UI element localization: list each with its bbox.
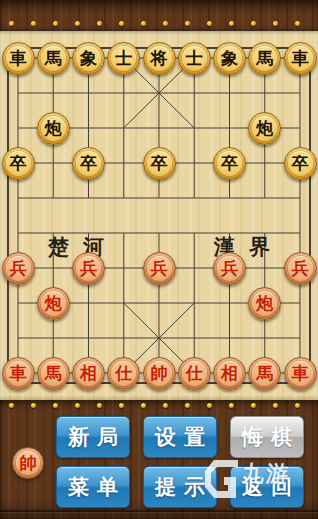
top-wood-frame: [0, 0, 318, 31]
new-game-button[interactable]: 新局: [56, 416, 130, 458]
red-side-badge: 帥: [12, 447, 44, 479]
piece-char: 士: [115, 50, 132, 67]
stud-icon: [185, 403, 190, 408]
stud-icon: [273, 403, 278, 408]
piece-char: 車: [10, 365, 27, 382]
stud-icon: [229, 403, 234, 408]
piece-red-horse[interactable]: 馬: [248, 357, 281, 390]
piece-char: 車: [292, 50, 309, 67]
piece-red-chariot[interactable]: 車: [2, 357, 35, 390]
stud-icon: [251, 21, 256, 26]
stud-icon: [53, 21, 58, 26]
piece-black-horse[interactable]: 馬: [37, 42, 70, 75]
back-button[interactable]: 返回: [230, 466, 304, 508]
stud-icon: [31, 403, 36, 408]
piece-char: 象: [80, 50, 97, 67]
stud-icon: [119, 21, 124, 26]
piece-char: 兵: [151, 260, 168, 277]
piece-red-soldier[interactable]: 兵: [72, 252, 105, 285]
piece-red-soldier[interactable]: 兵: [143, 252, 176, 285]
piece-char: 卒: [80, 155, 97, 172]
piece-red-soldier[interactable]: 兵: [2, 252, 35, 285]
piece-char: 馬: [45, 365, 62, 382]
piece-black-chariot[interactable]: 車: [284, 42, 317, 75]
piece-char: 仕: [186, 365, 203, 382]
piece-char: 相: [221, 365, 238, 382]
piece-black-soldier[interactable]: 卒: [284, 147, 317, 180]
stud-icon: [141, 21, 146, 26]
stud-icon: [119, 403, 124, 408]
piece-char: 兵: [221, 260, 238, 277]
piece-red-soldier[interactable]: 兵: [284, 252, 317, 285]
piece-char: 兵: [80, 260, 97, 277]
piece-black-general[interactable]: 将: [143, 42, 176, 75]
plank-seam: [0, 510, 318, 512]
stud-icon: [75, 403, 80, 408]
hint-button[interactable]: 提示: [143, 466, 217, 508]
piece-char: 士: [186, 50, 203, 67]
piece-black-cannon[interactable]: 炮: [37, 112, 70, 145]
piece-char: 炮: [45, 295, 62, 312]
piece-char: 炮: [45, 120, 62, 137]
stud-icon: [273, 21, 278, 26]
piece-char: 車: [292, 365, 309, 382]
piece-black-soldier[interactable]: 卒: [72, 147, 105, 180]
piece-char: 炮: [256, 295, 273, 312]
piece-red-advisor[interactable]: 仕: [178, 357, 211, 390]
piece-layer: 車馬象士将士象馬車炮炮卒卒卒卒卒兵兵兵兵兵炮炮車馬相仕帥仕相馬車: [0, 41, 317, 391]
piece-red-general[interactable]: 帥: [143, 357, 176, 390]
stud-icon: [207, 403, 212, 408]
stud-icon: [141, 403, 146, 408]
piece-char: 馬: [256, 50, 273, 67]
piece-char: 帥: [151, 365, 168, 382]
piece-char: 将: [151, 50, 168, 67]
piece-red-elephant[interactable]: 相: [72, 357, 105, 390]
piece-black-soldier[interactable]: 卒: [2, 147, 35, 180]
piece-char: 相: [80, 365, 97, 382]
piece-red-horse[interactable]: 馬: [37, 357, 70, 390]
piece-char: 卒: [10, 155, 27, 172]
piece-char: 兵: [292, 260, 309, 277]
stud-icon: [229, 21, 234, 26]
stud-icon: [251, 403, 256, 408]
piece-char: 兵: [10, 260, 27, 277]
piece-char: 卒: [292, 155, 309, 172]
piece-char: 馬: [45, 50, 62, 67]
menu-button[interactable]: 菜单: [56, 466, 130, 508]
settings-button[interactable]: 设置: [143, 416, 217, 458]
piece-black-horse[interactable]: 馬: [248, 42, 281, 75]
piece-char: 象: [221, 50, 238, 67]
piece-char: 仕: [115, 365, 132, 382]
piece-char: 炮: [256, 120, 273, 137]
piece-char: 卒: [151, 155, 168, 172]
piece-black-advisor[interactable]: 士: [107, 42, 140, 75]
stud-icon: [53, 403, 58, 408]
undo-button[interactable]: 悔棋: [230, 416, 304, 458]
piece-char: 卒: [221, 155, 238, 172]
stud-icon: [295, 21, 300, 26]
red-side-badge-char: 帥: [20, 455, 37, 472]
piece-red-chariot[interactable]: 車: [284, 357, 317, 390]
stud-icon: [31, 21, 36, 26]
piece-black-elephant[interactable]: 象: [213, 42, 246, 75]
stud-icon: [185, 21, 190, 26]
piece-black-cannon[interactable]: 炮: [248, 112, 281, 145]
piece-black-elephant[interactable]: 象: [72, 42, 105, 75]
piece-red-cannon[interactable]: 炮: [248, 287, 281, 320]
stud-icon: [75, 21, 80, 26]
stud-icon: [207, 21, 212, 26]
piece-black-soldier[interactable]: 卒: [213, 147, 246, 180]
piece-red-soldier[interactable]: 兵: [213, 252, 246, 285]
piece-char: 馬: [256, 365, 273, 382]
stud-icon: [9, 21, 14, 26]
piece-char: 車: [10, 50, 27, 67]
stud-icon: [9, 403, 14, 408]
piece-black-chariot[interactable]: 車: [2, 42, 35, 75]
stud-icon: [295, 403, 300, 408]
stud-icon: [163, 21, 168, 26]
piece-black-advisor[interactable]: 士: [178, 42, 211, 75]
piece-red-cannon[interactable]: 炮: [37, 287, 70, 320]
piece-red-advisor[interactable]: 仕: [107, 357, 140, 390]
stud-icon: [97, 403, 102, 408]
stud-icon: [97, 21, 102, 26]
piece-black-soldier[interactable]: 卒: [143, 147, 176, 180]
piece-red-elephant[interactable]: 相: [213, 357, 246, 390]
xiangqi-app: 楚河 漢界 車馬象士将士象馬車炮炮卒卒卒卒卒兵兵兵兵兵炮炮車馬相仕帥仕相馬車 帥…: [0, 0, 318, 519]
menu-button-grid: 新局设置悔棋菜单提示返回: [56, 416, 304, 508]
stud-icon: [163, 403, 168, 408]
xiangqi-board: 楚河 漢界 車馬象士将士象馬車炮炮卒卒卒卒卒兵兵兵兵兵炮炮車馬相仕帥仕相馬車: [0, 31, 318, 400]
